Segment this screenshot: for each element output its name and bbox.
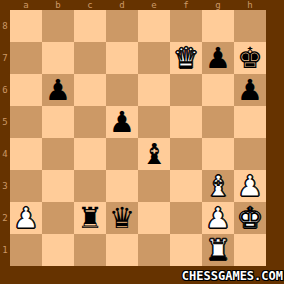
square-c4	[74, 138, 106, 170]
black-rook-c2: ♜	[77, 202, 103, 234]
chess-diagram: abcdefgh 87654321 ♛♟♚♟♟♟♝♝♟♟♜♛♟♚♜ CHESSG…	[0, 0, 284, 284]
file-label-b: b	[42, 0, 74, 10]
file-label-a: a	[10, 0, 42, 10]
square-e3	[138, 170, 170, 202]
square-a4	[10, 138, 42, 170]
square-g6	[202, 74, 234, 106]
square-d4	[106, 138, 138, 170]
square-b7	[42, 42, 74, 74]
file-label-g: g	[202, 0, 234, 10]
square-f1	[170, 234, 202, 266]
square-c1	[74, 234, 106, 266]
square-f6	[170, 74, 202, 106]
square-b5	[42, 106, 74, 138]
rank-label-3: 3	[0, 170, 10, 202]
rank-label-8: 8	[0, 10, 10, 42]
rank-label-6: 6	[0, 74, 10, 106]
square-a3	[10, 170, 42, 202]
square-h6: ♟	[234, 74, 266, 106]
square-a5	[10, 106, 42, 138]
file-label-c: c	[74, 0, 106, 10]
square-a6	[10, 74, 42, 106]
black-queen-d2: ♛	[109, 202, 135, 234]
rank-label-1: 1	[0, 234, 10, 266]
square-f7: ♛	[170, 42, 202, 74]
file-label-d: d	[106, 0, 138, 10]
watermark: CHESSGAMES.COM	[182, 269, 283, 283]
square-c3	[74, 170, 106, 202]
chess-board: ♛♟♚♟♟♟♝♝♟♟♜♛♟♚♜	[10, 10, 266, 266]
black-pawn-b6: ♟	[45, 74, 71, 106]
square-b4	[42, 138, 74, 170]
square-b2	[42, 202, 74, 234]
square-f2	[170, 202, 202, 234]
square-a7	[10, 42, 42, 74]
black-bishop-e4: ♝	[141, 138, 167, 170]
square-h3: ♟	[234, 170, 266, 202]
square-g2: ♟	[202, 202, 234, 234]
white-queen-f7: ♛	[173, 42, 199, 74]
square-e1	[138, 234, 170, 266]
square-a1	[10, 234, 42, 266]
square-e8	[138, 10, 170, 42]
square-b8	[42, 10, 74, 42]
square-e5	[138, 106, 170, 138]
square-e6	[138, 74, 170, 106]
black-pawn-h6: ♟	[237, 74, 263, 106]
square-c5	[74, 106, 106, 138]
square-e2	[138, 202, 170, 234]
white-rook-g1: ♜	[205, 234, 231, 266]
square-g4	[202, 138, 234, 170]
square-f4	[170, 138, 202, 170]
square-e7	[138, 42, 170, 74]
square-g5	[202, 106, 234, 138]
square-g8	[202, 10, 234, 42]
white-bishop-g3: ♝	[205, 170, 231, 202]
square-d7	[106, 42, 138, 74]
rank-labels: 87654321	[0, 10, 10, 266]
white-pawn-h3: ♟	[237, 170, 263, 202]
rank-label-5: 5	[0, 106, 10, 138]
square-a2: ♟	[10, 202, 42, 234]
file-label-e: e	[138, 0, 170, 10]
file-label-h: h	[234, 0, 266, 10]
square-b6: ♟	[42, 74, 74, 106]
square-g7: ♟	[202, 42, 234, 74]
square-d1	[106, 234, 138, 266]
black-king-h7: ♚	[237, 42, 263, 74]
file-label-f: f	[170, 0, 202, 10]
square-c6	[74, 74, 106, 106]
square-h8	[234, 10, 266, 42]
square-h2: ♚	[234, 202, 266, 234]
square-b1	[42, 234, 74, 266]
square-h7: ♚	[234, 42, 266, 74]
square-d6	[106, 74, 138, 106]
square-f3	[170, 170, 202, 202]
rank-label-4: 4	[0, 138, 10, 170]
white-pawn-a2: ♟	[13, 202, 39, 234]
square-h5	[234, 106, 266, 138]
square-a8	[10, 10, 42, 42]
square-h4	[234, 138, 266, 170]
file-labels: abcdefgh	[10, 0, 266, 10]
rank-label-7: 7	[0, 42, 10, 74]
square-d2: ♛	[106, 202, 138, 234]
square-h1	[234, 234, 266, 266]
black-pawn-d5: ♟	[109, 106, 135, 138]
square-c7	[74, 42, 106, 74]
square-c2: ♜	[74, 202, 106, 234]
square-d8	[106, 10, 138, 42]
white-king-h2: ♚	[237, 202, 263, 234]
black-pawn-g7: ♟	[205, 42, 231, 74]
square-e4: ♝	[138, 138, 170, 170]
rank-label-2: 2	[0, 202, 10, 234]
square-f8	[170, 10, 202, 42]
square-b3	[42, 170, 74, 202]
square-g1: ♜	[202, 234, 234, 266]
square-d3	[106, 170, 138, 202]
square-g3: ♝	[202, 170, 234, 202]
square-c8	[74, 10, 106, 42]
white-pawn-g2: ♟	[205, 202, 231, 234]
square-f5	[170, 106, 202, 138]
square-d5: ♟	[106, 106, 138, 138]
